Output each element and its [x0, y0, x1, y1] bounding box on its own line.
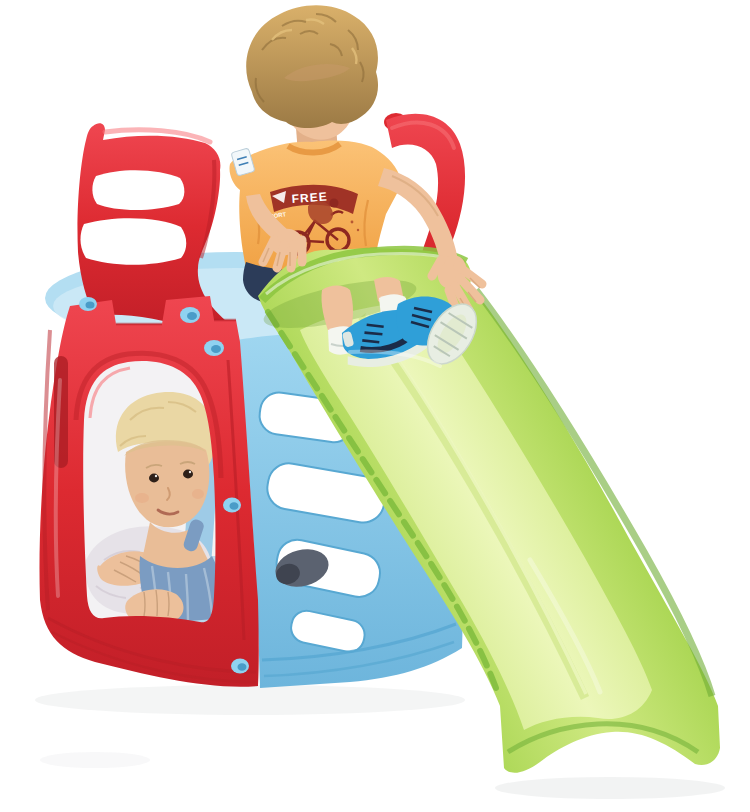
child-inside-eye	[149, 474, 159, 483]
product-photo: FREE SPORT	[0, 0, 750, 812]
rail-slot	[80, 218, 186, 265]
rivet	[79, 297, 97, 311]
climber-slide-illustration: FREE SPORT	[0, 0, 750, 812]
rivet	[231, 659, 249, 674]
rivet	[180, 307, 200, 323]
rail-slot	[92, 170, 184, 210]
rivet	[204, 340, 224, 356]
rivet	[223, 498, 241, 513]
child-inside-eye	[183, 470, 193, 479]
